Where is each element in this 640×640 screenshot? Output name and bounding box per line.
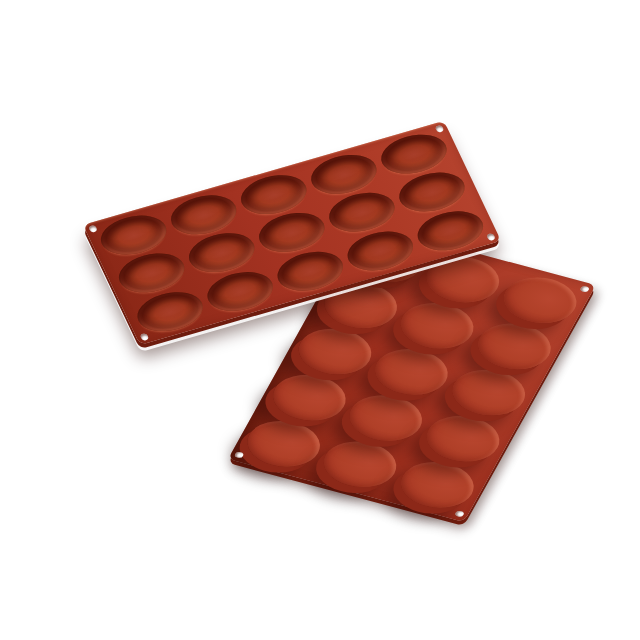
bump (366, 342, 458, 402)
cavity (200, 265, 280, 318)
bump (289, 321, 381, 381)
bump (263, 368, 355, 428)
bump (443, 362, 535, 422)
bump (314, 435, 406, 495)
cavity (131, 285, 211, 338)
bump (238, 414, 330, 474)
bump (391, 455, 483, 515)
bump (468, 316, 560, 376)
bump (392, 296, 484, 356)
photo-canvas (0, 0, 640, 640)
bump (494, 270, 586, 330)
bump (417, 409, 509, 469)
bump (340, 388, 432, 448)
cavity (410, 204, 490, 257)
